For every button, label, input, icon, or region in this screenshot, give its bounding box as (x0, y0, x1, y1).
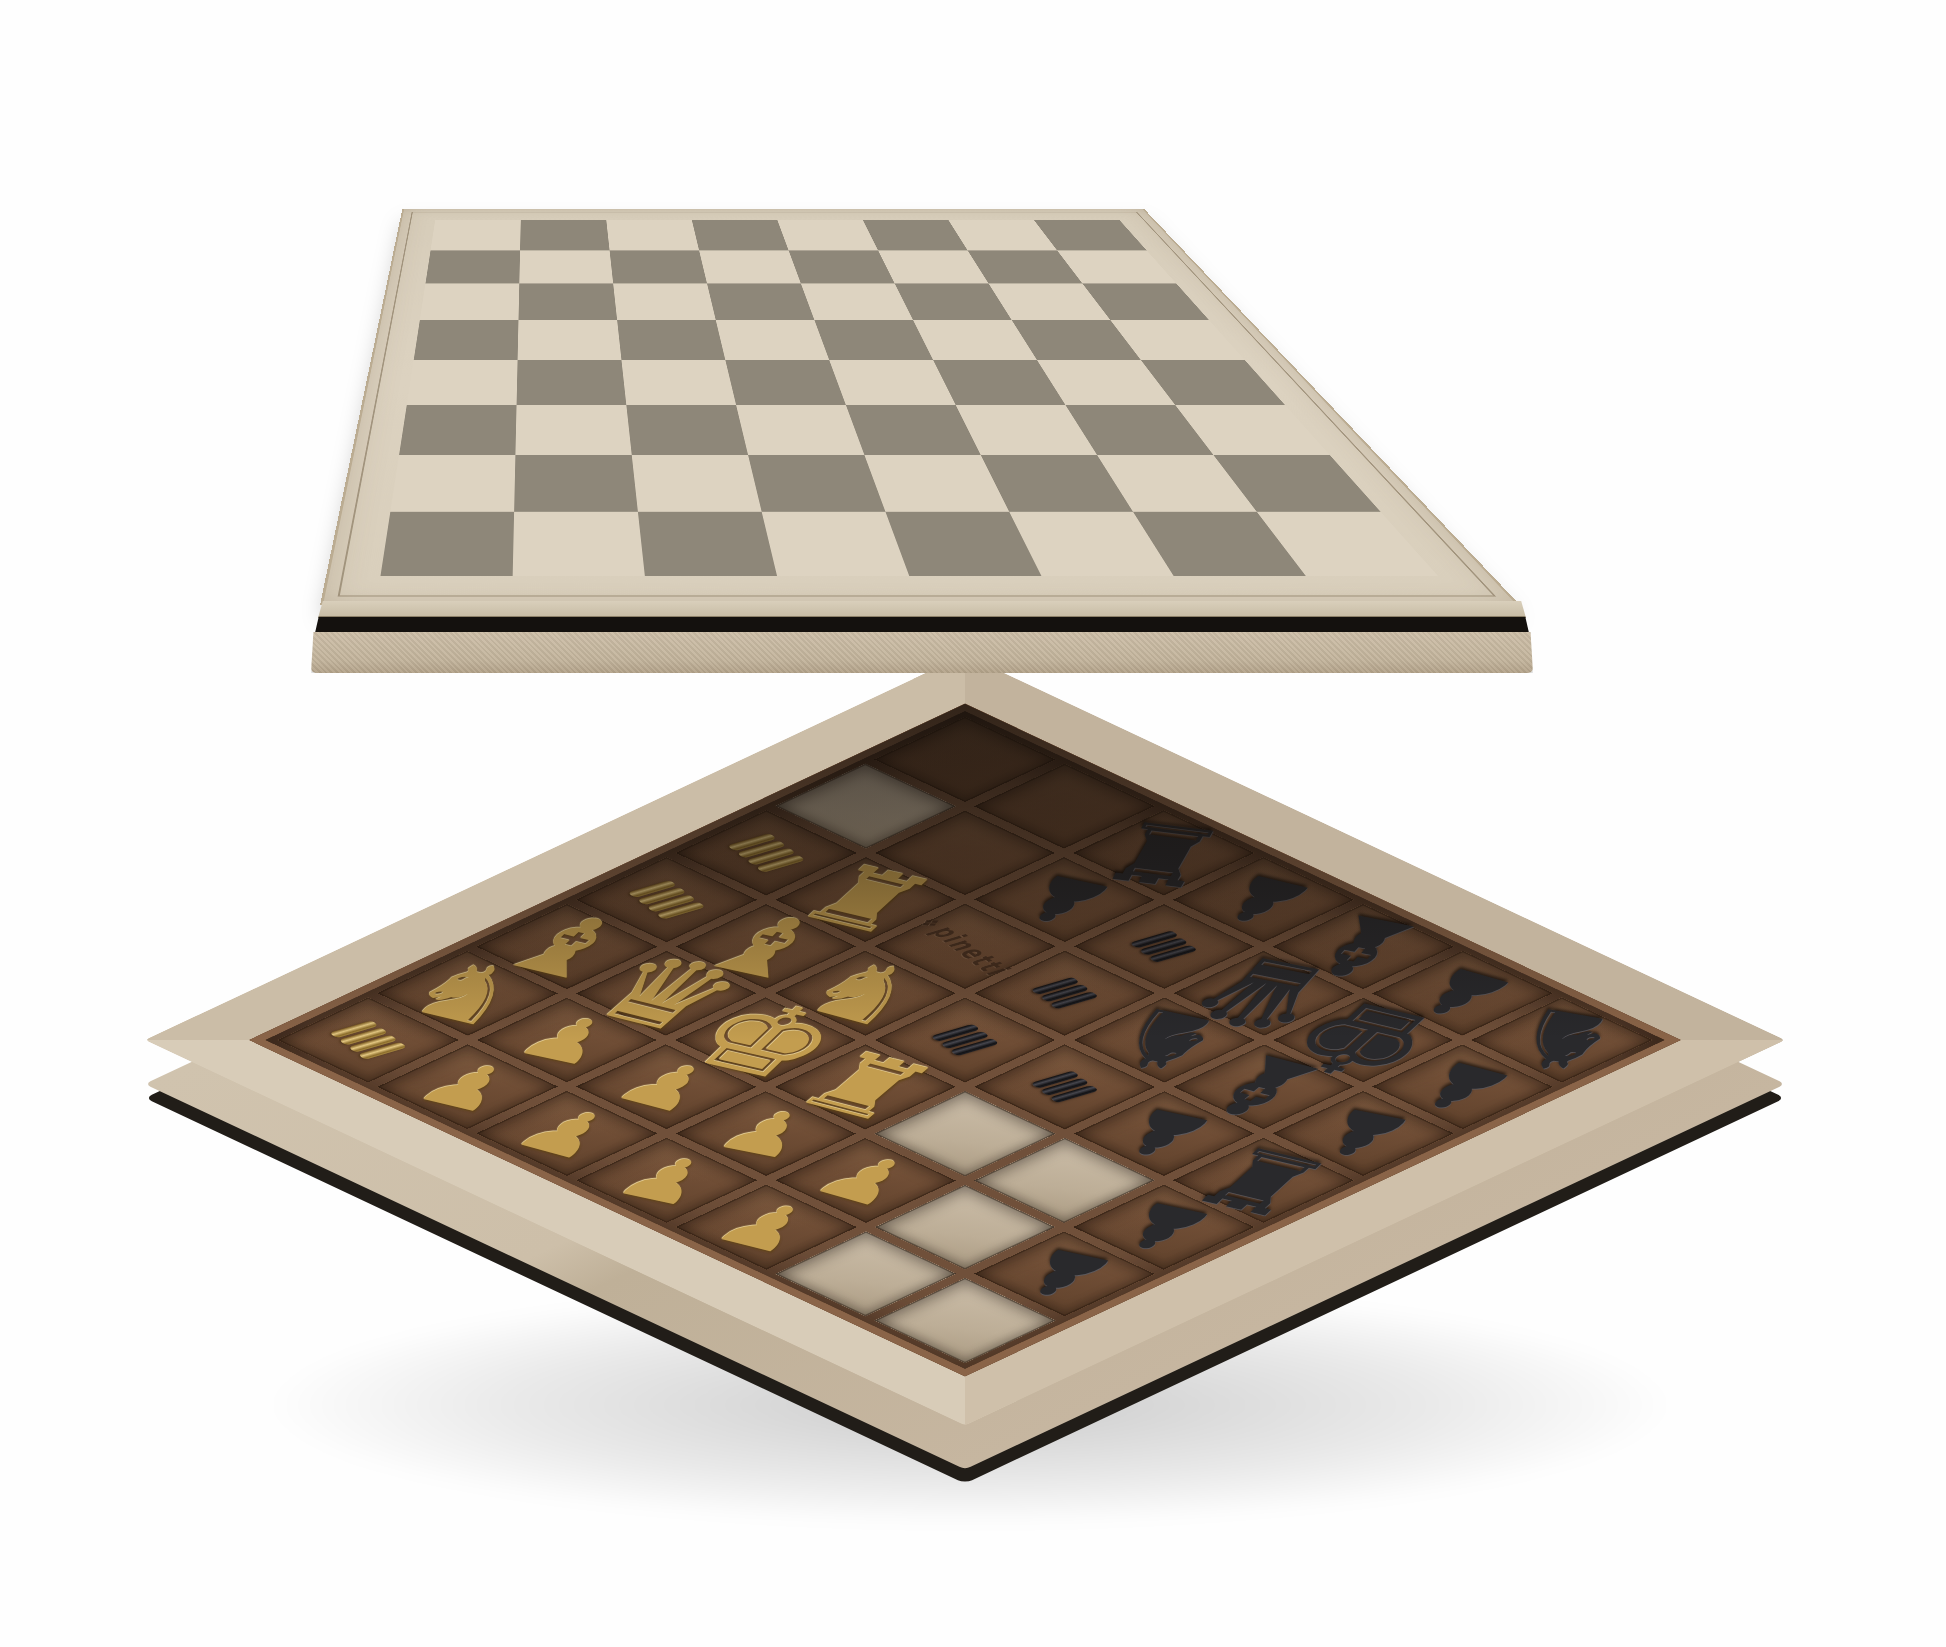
board-square (736, 405, 864, 455)
product-photo-scene: ♜♟♝♟♞♟♛♚♟♜❖pinetti♞♝♟♝♞♟♜♝♛♚♜♟♞♟♟♟♟♟♟♟♟♟ (0, 0, 1946, 1647)
board-square (707, 283, 814, 319)
black-checkers-stack (1030, 977, 1099, 1009)
board-grid (380, 220, 1437, 576)
board-square (519, 250, 613, 283)
lid-edge-lip (318, 601, 1526, 618)
lid-leather-skirt (311, 632, 1533, 673)
board-square (632, 455, 762, 512)
board-square (716, 320, 830, 360)
board-square (425, 250, 520, 283)
black-pawn-lying: ♟ (1197, 864, 1330, 935)
board-square (626, 405, 748, 455)
board-square (699, 250, 801, 283)
gold-checkers-stack (727, 833, 805, 873)
chess-board-top (320, 209, 1520, 605)
board-square (515, 405, 631, 455)
gold-pawn-lying: ♟ (499, 1098, 635, 1169)
black-pawn-lying: ♟ (999, 864, 1129, 935)
black-checkers-stack (1130, 930, 1199, 962)
board-square (414, 320, 519, 360)
board-square (610, 250, 707, 283)
black-pawn-lying: ♟ (1099, 1098, 1229, 1169)
gold-pawn-lying: ♟ (401, 1051, 534, 1122)
board-square (518, 283, 617, 319)
board-square (621, 360, 736, 405)
board-square (725, 360, 845, 405)
board-square (606, 220, 699, 250)
gold-checkers-stack (329, 1020, 407, 1060)
board-square (789, 250, 895, 283)
board-square (617, 320, 725, 360)
board-square (390, 455, 515, 512)
board-square (380, 512, 514, 576)
board-square (801, 283, 913, 319)
board-square (613, 283, 716, 319)
board-square (420, 283, 519, 319)
board-square (399, 405, 516, 455)
board-square (748, 455, 885, 512)
gold-pawn-lying: ♟ (699, 1191, 833, 1262)
lid-reveal-gap (315, 617, 1529, 633)
black-checkers-stack (1030, 1071, 1099, 1103)
board-square (638, 512, 777, 576)
board-square (517, 360, 627, 405)
board-square (518, 320, 622, 360)
board-square (692, 220, 789, 250)
board-square (762, 512, 910, 576)
black-checkers-stack (931, 1024, 1000, 1056)
board-square (514, 455, 638, 512)
board-square (431, 220, 521, 250)
tray-compartments: ♜♟♝♟♞♟♛♚♟♜❖pinetti♞♝♟♝♞♟♜♝♛♚♜♟♞♟♟♟♟♟♟♟♟♟ (249, 704, 1680, 1377)
board-square (513, 512, 645, 576)
board-square (520, 220, 610, 250)
black-pawn-lying: ♟ (999, 1238, 1129, 1309)
gold-pawn-lying: ♟ (601, 1145, 731, 1216)
board-square (777, 220, 878, 250)
board-square (407, 360, 518, 405)
board-lid (300, 197, 1540, 605)
